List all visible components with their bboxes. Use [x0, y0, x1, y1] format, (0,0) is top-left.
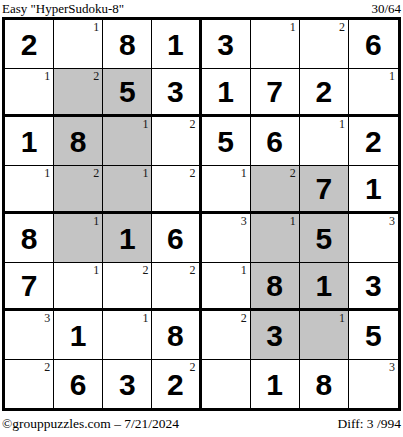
cell-r8c3: 3	[103, 360, 152, 409]
given-digit: 8	[315, 370, 332, 400]
given-digit: 7	[266, 77, 283, 107]
cell-r7c8: 5	[349, 311, 398, 360]
corner-mark: 1	[339, 118, 345, 131]
cell-r5c7: 5	[300, 214, 349, 263]
cell-r5c1: 8	[5, 214, 54, 263]
corner-mark: 1	[241, 264, 247, 277]
cell-r8c8[interactable]: 3	[349, 360, 398, 409]
cell-r7c7[interactable]: 1	[300, 311, 349, 360]
cell-r8c6: 1	[251, 360, 300, 409]
cell-r4c2[interactable]: 2	[54, 166, 103, 215]
cell-r2c8[interactable]: 1	[349, 69, 398, 118]
puzzle-page: Easy "HyperSudoku-8" 30/64 2181312612531…	[0, 0, 403, 437]
cell-r1c7[interactable]: 2	[300, 20, 349, 69]
cell-r5c6[interactable]: 1	[251, 214, 300, 263]
given-digit: 3	[119, 370, 136, 400]
given-digit: 8	[167, 321, 184, 351]
cell-r8c4: 22	[152, 360, 201, 409]
cell-r7c3[interactable]: 1	[103, 311, 152, 360]
copyright-text: ©grouppuzzles.com – 7/21/2024	[2, 416, 179, 432]
cell-r4c8: 1	[349, 166, 398, 215]
cell-r7c2: 1	[54, 311, 103, 360]
given-digit: 3	[266, 321, 283, 351]
corner-mark: 2	[190, 167, 196, 180]
corner-mark: 2	[93, 70, 99, 83]
cell-r1c4: 1	[152, 20, 201, 69]
given-digit: 5	[217, 127, 234, 157]
cell-r6c4[interactable]: 2	[152, 263, 201, 312]
cell-r2c1[interactable]: 1	[5, 69, 54, 118]
cell-r6c5[interactable]: 1	[202, 263, 251, 312]
given-digit: 5	[315, 224, 332, 254]
given-digit: 1	[217, 77, 234, 107]
cell-r3c2: 8	[54, 117, 103, 166]
cell-r7c5[interactable]: 2	[202, 311, 251, 360]
corner-mark: 1	[339, 312, 345, 325]
corner-mark: 1	[142, 312, 148, 325]
given-digit: 6	[70, 370, 87, 400]
given-digit: 1	[365, 174, 382, 204]
cell-r1c6[interactable]: 1	[251, 20, 300, 69]
given-digit: 1	[266, 370, 283, 400]
given-digit: 3	[167, 77, 184, 107]
cell-r3c8: 2	[349, 117, 398, 166]
cell-r7c1[interactable]: 3	[5, 311, 54, 360]
cell-r7c4: 8	[152, 311, 201, 360]
corner-mark: 1	[93, 215, 99, 228]
corner-mark: 2	[241, 312, 247, 325]
given-digit: 5	[119, 77, 136, 107]
cell-r4c3[interactable]: 1	[103, 166, 152, 215]
cell-r3c7[interactable]: 1	[300, 117, 349, 166]
given-digit: 5	[365, 321, 382, 351]
given-digit: 7	[21, 271, 38, 301]
cell-r6c1: 7	[5, 263, 54, 312]
puzzle-title: Easy "HyperSudoku-8"	[2, 1, 124, 16]
cell-r2c5: 1	[202, 69, 251, 118]
cell-r4c1[interactable]: 1	[5, 166, 54, 215]
cell-r1c5: 3	[202, 20, 251, 69]
cell-r3c6: 6	[251, 117, 300, 166]
cell-r3c5: 5	[202, 117, 251, 166]
cell-r5c5[interactable]: 3	[202, 214, 251, 263]
cell-r1c8: 6	[349, 20, 398, 69]
cell-r2c7: 2	[300, 69, 349, 118]
cell-r5c3: 1	[103, 214, 152, 263]
cell-r8c7: 8	[300, 360, 349, 409]
difficulty-text: Diff: 3 /994	[338, 416, 402, 432]
cell-r6c2[interactable]: 1	[54, 263, 103, 312]
corner-mark: 2	[339, 21, 345, 34]
given-digit: 8	[266, 271, 283, 301]
corner-mark: 1	[389, 70, 395, 83]
sudoku-grid: 2181312612531721181256121212127181163153…	[2, 17, 401, 411]
header: Easy "HyperSudoku-8" 30/64	[2, 0, 401, 16]
corner-mark: 1	[142, 118, 148, 131]
given-digit: 8	[21, 224, 38, 254]
corner-mark: 2	[290, 167, 296, 180]
given-digit: 2	[315, 77, 332, 107]
cell-r4c7: 7	[300, 166, 349, 215]
given-digit: 6	[266, 127, 283, 157]
corner-mark: 1	[93, 21, 99, 34]
given-digit: 6	[365, 30, 382, 60]
corner-mark: 3	[389, 215, 395, 228]
cell-r6c8: 3	[349, 263, 398, 312]
cell-r3c1: 1	[5, 117, 54, 166]
cell-r8c2: 6	[54, 360, 103, 409]
given-digit: 1	[167, 30, 184, 60]
given-digit: 6	[167, 224, 184, 254]
corner-mark: 2	[190, 361, 196, 374]
given-digit: 2	[167, 370, 184, 400]
given-digit: 2	[21, 30, 38, 60]
cell-r6c7: 1	[300, 263, 349, 312]
given-digit: 7	[315, 174, 332, 204]
progress-counter: 30/64	[371, 1, 401, 16]
cell-r5c4: 6	[152, 214, 201, 263]
corner-mark: 1	[44, 70, 50, 83]
corner-mark: 2	[93, 167, 99, 180]
cell-r3c3[interactable]: 1	[103, 117, 152, 166]
corner-mark: 3	[44, 312, 50, 325]
cell-r4c6[interactable]: 2	[251, 166, 300, 215]
cell-r3c4[interactable]: 2	[152, 117, 201, 166]
cell-r8c5[interactable]	[202, 360, 251, 409]
cell-r2c4: 3	[152, 69, 201, 118]
given-digit: 8	[70, 127, 87, 157]
corner-mark: 1	[241, 167, 247, 180]
corner-mark: 1	[44, 167, 50, 180]
corner-mark: 2	[190, 118, 196, 131]
cell-r6c3[interactable]: 2	[103, 263, 152, 312]
given-digit: 8	[119, 30, 136, 60]
given-digit: 1	[21, 127, 38, 157]
corner-mark: 2	[190, 264, 196, 277]
given-digit: 1	[315, 271, 332, 301]
given-digit: 1	[119, 224, 136, 254]
cell-r2c3: 5	[103, 69, 152, 118]
given-digit: 1	[70, 321, 87, 351]
cell-r4c4[interactable]: 2	[152, 166, 201, 215]
corner-mark: 1	[290, 21, 296, 34]
cell-r2c6: 7	[251, 69, 300, 118]
given-digit: 3	[365, 271, 382, 301]
corner-mark: 3	[241, 215, 247, 228]
footer: ©grouppuzzles.com – 7/21/2024 Diff: 3 /9…	[2, 416, 401, 434]
corner-mark: 2	[44, 361, 50, 374]
cell-r4c5[interactable]: 1	[202, 166, 251, 215]
corner-mark: 1	[290, 215, 296, 228]
cell-r6c6: 8	[251, 263, 300, 312]
cell-r1c3: 8	[103, 20, 152, 69]
cell-r1c1: 2	[5, 20, 54, 69]
cell-r2c2[interactable]: 2	[54, 69, 103, 118]
cell-r8c1[interactable]: 2	[5, 360, 54, 409]
cell-r5c2[interactable]: 1	[54, 214, 103, 263]
cell-r7c6: 3	[251, 311, 300, 360]
given-digit: 3	[217, 30, 234, 60]
corner-mark: 1	[142, 167, 148, 180]
corner-mark: 2	[142, 264, 148, 277]
cell-r1c2[interactable]: 1	[54, 20, 103, 69]
corner-mark: 3	[389, 361, 395, 374]
cell-r5c8[interactable]: 3	[349, 214, 398, 263]
given-digit: 2	[365, 127, 382, 157]
corner-mark: 1	[93, 264, 99, 277]
